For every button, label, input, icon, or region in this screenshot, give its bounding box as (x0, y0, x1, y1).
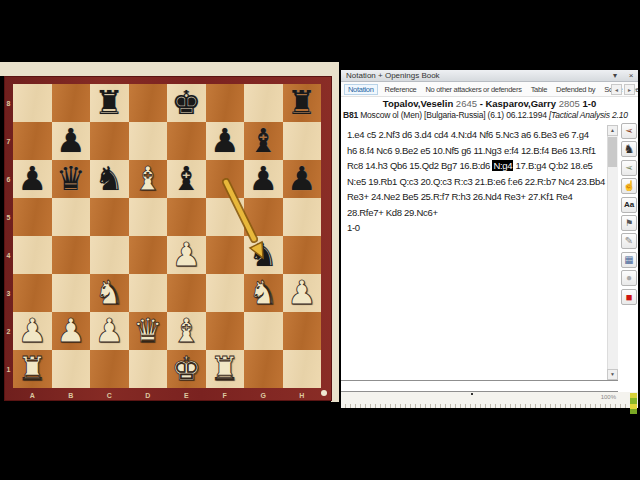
black-pawn-b7[interactable]: ♟ (56, 122, 86, 160)
undo-arrow-icon[interactable]: ➢ (621, 123, 637, 139)
tag-icon[interactable]: ⚑ (621, 215, 637, 231)
black-knight-g4[interactable]: ♞ (248, 236, 278, 274)
square-h8[interactable]: ♜ (283, 84, 322, 122)
white-queen-d2[interactable]: ♛ (133, 312, 163, 350)
square-f1[interactable]: ♜ (206, 350, 245, 388)
square-e8[interactable]: ♚ (167, 84, 206, 122)
collapse-icon[interactable]: ▾ (609, 70, 621, 82)
square-c4[interactable] (90, 236, 129, 274)
annotator-info: [Tactical Analysis 2.10 (549, 110, 628, 120)
square-e3[interactable] (167, 274, 206, 312)
square-d3[interactable] (129, 274, 168, 312)
square-h3[interactable]: ♟ (283, 274, 322, 312)
tab-scroll-left-icon[interactable]: ◂ (611, 84, 622, 95)
board-margin-top (0, 62, 339, 76)
move-text[interactable]: h6 8.f4 Nc6 9.Be2 e5 10.Nf5 g6 11.Ng3 e:… (347, 145, 596, 156)
white-rook-f1[interactable]: ♜ (210, 350, 240, 388)
square-d8[interactable] (129, 84, 168, 122)
square-c8[interactable]: ♜ (90, 84, 129, 122)
knight-icon[interactable]: ♞ (621, 141, 637, 157)
highlighted-move[interactable]: N:g4 (492, 160, 513, 171)
white-king-e1[interactable]: ♚ (171, 350, 201, 388)
move-text[interactable]: 1.e4 c5 2.Nf3 d6 3.d4 cd4 4.N:d4 Nf6 5.N… (347, 129, 589, 140)
font-icon-glyph: Aa (624, 198, 634, 212)
square-e7[interactable] (167, 122, 206, 160)
panel-titlebar: Notation + Openings Book ▾ × (341, 70, 638, 82)
square-f5[interactable] (206, 198, 245, 236)
square-d4[interactable] (129, 236, 168, 274)
undo-arrow-icon-glyph: ➢ (625, 124, 633, 138)
square-c1[interactable] (90, 350, 129, 388)
rank-label-3: 3 (4, 274, 13, 312)
square-a5[interactable] (13, 198, 52, 236)
move-text[interactable]: Re3+ 24.Ne2 Be5 25.R:f7 R:h3 26.Nd4 Re3+… (347, 191, 573, 202)
scroll-down-icon[interactable]: ▼ (607, 369, 618, 380)
event-info: Moscow ol (Men) [Bulgaria-Russia] (6.1) … (360, 110, 547, 120)
black-queen-b6[interactable]: ♛ (56, 160, 86, 198)
book-indicator (630, 393, 637, 414)
square-b6[interactable]: ♛ (52, 160, 91, 198)
eco-code: B81 (343, 110, 358, 120)
notation-line: 28.Rfe7+ Kd8 29.Nc6+ (347, 205, 607, 221)
tab-notation[interactable]: Notation (344, 84, 378, 95)
hand-icon-glyph: ☝ (623, 179, 635, 193)
square-g1[interactable] (244, 350, 283, 388)
palette-icon[interactable]: ▦ (621, 252, 637, 268)
white-knight-c3[interactable]: ♞ (94, 274, 124, 312)
notation-moves: 1.e4 c5 2.Nf3 d6 3.d4 cd4 4.N:d4 Nf6 5.N… (341, 125, 607, 378)
panel-title: Notation + Openings Book (346, 71, 440, 80)
white-pawn-a2[interactable]: ♟ (17, 312, 47, 350)
move-text[interactable]: N:e5 19.Rb1 Q:c3 20.Q:c3 R:c3 21.B:e6 f:… (347, 176, 605, 187)
tab-scroll-right-icon[interactable]: ▸ (624, 84, 635, 95)
move-text[interactable]: 17.B:g4 Q:b2 18.e5 (513, 160, 592, 171)
black-bishop-e6[interactable]: ♝ (171, 160, 201, 198)
square-c6[interactable]: ♞ (90, 160, 129, 198)
square-g8[interactable] (244, 84, 283, 122)
file-label-g: G (244, 389, 283, 401)
white-rook-a1[interactable]: ♜ (17, 350, 47, 388)
black-bishop-g7[interactable]: ♝ (248, 122, 278, 160)
move-text[interactable]: 1-0 (347, 222, 360, 233)
stop-icon[interactable]: ■ (621, 289, 637, 305)
notation-line: 1-0 (347, 220, 607, 236)
square-a4[interactable] (13, 236, 52, 274)
square-e4[interactable]: ♟ (167, 236, 206, 274)
square-h4[interactable] (283, 236, 322, 274)
square-b7[interactable]: ♟ (52, 122, 91, 160)
brush-icon[interactable]: ✎ (621, 233, 637, 249)
rank-label-4: 4 (4, 236, 13, 274)
scrollbar-thumb[interactable] (608, 137, 617, 167)
board-corner-dot (321, 390, 327, 396)
white-bishop-e2[interactable]: ♝ (171, 312, 201, 350)
square-g4[interactable]: ♞ (244, 236, 283, 274)
notation-line: h6 8.f4 Nc6 9.Be2 e5 10.Nf5 g6 11.Ng3 e:… (347, 143, 607, 159)
file-label-h: H (283, 389, 322, 401)
square-b8[interactable] (52, 84, 91, 122)
eraser-icon[interactable]: ● (621, 270, 637, 286)
notation-line: N:e5 19.Rb1 Q:c3 20.Q:c3 R:c3 21.B:e6 f:… (347, 174, 607, 190)
file-label-e: E (167, 389, 206, 401)
notation-panel: Notation + Openings Book ▾ × Notation Re… (341, 70, 638, 408)
palette-icon-glyph: ▦ (624, 253, 633, 267)
square-a3[interactable] (13, 274, 52, 312)
tag-icon-glyph: ⚑ (625, 216, 633, 230)
square-a7[interactable] (13, 122, 52, 160)
stop-icon-glyph: ■ (626, 290, 633, 304)
file-label-b: B (52, 389, 91, 401)
black-pawn-f7[interactable]: ♟ (210, 122, 240, 160)
notation-line: 1.e4 c5 2.Nf3 d6 3.d4 cd4 4.N:d4 Nf6 5.N… (347, 127, 607, 143)
black-rook-h8[interactable]: ♜ (287, 84, 317, 122)
notation-line: Re3+ 24.Ne2 Be5 25.R:f7 R:h3 26.Nd4 Re3+… (347, 189, 607, 205)
black-rook-c8[interactable]: ♜ (94, 84, 124, 122)
square-g5[interactable] (244, 198, 283, 236)
tab-reference[interactable]: Reference (383, 84, 419, 95)
square-b5[interactable] (52, 198, 91, 236)
black-knight-c6[interactable]: ♞ (94, 160, 124, 198)
square-h1[interactable] (283, 350, 322, 388)
square-c7[interactable] (90, 122, 129, 160)
square-f2[interactable] (206, 312, 245, 350)
square-g7[interactable]: ♝ (244, 122, 283, 160)
close-icon[interactable]: × (625, 70, 637, 82)
square-d6[interactable]: ♝ (129, 160, 168, 198)
square-h7[interactable] (283, 122, 322, 160)
square-g2[interactable] (244, 312, 283, 350)
black-pawn-h6[interactable]: ♟ (287, 160, 317, 198)
square-b3[interactable] (52, 274, 91, 312)
black-elo: 2805 (559, 98, 580, 109)
square-h2[interactable] (283, 312, 322, 350)
white-player: Topalov,Veselin (383, 98, 453, 109)
square-a8[interactable] (13, 84, 52, 122)
square-f3[interactable] (206, 274, 245, 312)
rank-label-5: 5 (4, 198, 13, 236)
square-c5[interactable] (90, 198, 129, 236)
square-g3[interactable]: ♞ (244, 274, 283, 312)
square-b1[interactable] (52, 350, 91, 388)
book-zoom-label: 100% (601, 394, 616, 400)
black-player: Kasparov,Garry (485, 98, 556, 109)
tab-table[interactable]: Table (529, 84, 549, 95)
brush-icon-glyph: ✎ (625, 234, 633, 248)
white-bishop-d6[interactable]: ♝ (133, 160, 163, 198)
players-line: Topalov,Veselin 2645 - Kasparov,Garry 28… (341, 98, 638, 109)
white-pawn-c2[interactable]: ♟ (94, 312, 124, 350)
board-margin-right (331, 62, 339, 402)
black-king-e8[interactable]: ♚ (171, 84, 201, 122)
square-h6[interactable]: ♟ (283, 160, 322, 198)
move-text[interactable]: Rc8 14.h3 Qb6 15.Qd2 Bg7 16.B:d6 (347, 160, 492, 171)
square-g6[interactable]: ♟ (244, 160, 283, 198)
ruler-mark (471, 393, 473, 395)
players-separator: - (480, 98, 483, 109)
white-knight-g3[interactable]: ♞ (248, 274, 278, 312)
square-d1[interactable] (129, 350, 168, 388)
event-line: B81 Moscow ol (Men) [Bulgaria-Russia] (6… (343, 110, 638, 120)
square-d2[interactable]: ♛ (129, 312, 168, 350)
square-a1[interactable]: ♜ (13, 350, 52, 388)
forward-arrow-icon[interactable]: ➢ (621, 160, 637, 176)
rank-label-8: 8 (4, 84, 13, 122)
square-f7[interactable]: ♟ (206, 122, 245, 160)
white-pawn-b2[interactable]: ♟ (56, 312, 86, 350)
square-c2[interactable]: ♟ (90, 312, 129, 350)
square-b2[interactable]: ♟ (52, 312, 91, 350)
game-header: Topalov,Veselin 2645 - Kasparov,Garry 28… (341, 97, 638, 124)
tab-attackers-defenders[interactable]: No other attackers or defenders (423, 84, 523, 95)
square-d5[interactable] (129, 198, 168, 236)
openings-book-ruler: 100% (341, 392, 638, 408)
square-b4[interactable] (52, 236, 91, 274)
white-pawn-h3[interactable]: ♟ (287, 274, 317, 312)
square-e2[interactable]: ♝ (167, 312, 206, 350)
file-label-d: D (129, 389, 168, 401)
square-d7[interactable] (129, 122, 168, 160)
file-label-f: F (206, 389, 245, 401)
square-e6[interactable]: ♝ (167, 160, 206, 198)
chess-board[interactable]: ♜♚♜♟♟♝♟♛♞♝♝♟♟♟♞♞♞♟♟♟♟♛♝♜♚♜ (13, 84, 321, 388)
black-pawn-g6[interactable]: ♟ (248, 160, 278, 198)
knight-icon-glyph: ♞ (624, 142, 635, 156)
square-e5[interactable] (167, 198, 206, 236)
square-f4[interactable] (206, 236, 245, 274)
engine-strip (341, 380, 618, 392)
black-pawn-a6[interactable]: ♟ (17, 160, 47, 198)
white-pawn-e4[interactable]: ♟ (171, 236, 201, 274)
rank-label-6: 6 (4, 160, 13, 198)
scroll-up-icon[interactable]: ▲ (607, 125, 618, 136)
square-f6[interactable] (206, 160, 245, 198)
rank-label-7: 7 (4, 122, 13, 160)
move-text[interactable]: 28.Rfe7+ Kd8 29.Nc6+ (347, 207, 438, 218)
file-label-a: A (13, 389, 52, 401)
font-icon[interactable]: Aa (621, 197, 637, 213)
app-window: ♜♚♜♟♟♝♟♛♞♝♝♟♟♟♞♞♞♟♟♟♟♛♝♜♚♜ 87654321 ABCD… (0, 0, 640, 480)
square-e1[interactable]: ♚ (167, 350, 206, 388)
result-header: 1-0 (582, 98, 596, 109)
notation-line: Rc8 14.h3 Qb6 15.Qd2 Bg7 16.B:d6 N:g4 17… (347, 158, 607, 174)
forward-arrow-icon-glyph: ➢ (625, 161, 633, 175)
white-elo: 2645 (456, 98, 477, 109)
file-label-c: C (90, 389, 129, 401)
rank-label-2: 2 (4, 312, 13, 350)
square-h5[interactable] (283, 198, 322, 236)
square-a6[interactable]: ♟ (13, 160, 52, 198)
tab-defended-by[interactable]: Defended by (554, 84, 597, 95)
rank-label-1: 1 (4, 350, 13, 388)
eraser-icon-glyph: ● (626, 271, 632, 285)
square-a2[interactable]: ♟ (13, 312, 52, 350)
hand-icon[interactable]: ☝ (621, 178, 637, 194)
square-c3[interactable]: ♞ (90, 274, 129, 312)
tab-bar: Notation Reference No other attackers or… (341, 82, 638, 97)
square-f8[interactable] (206, 84, 245, 122)
